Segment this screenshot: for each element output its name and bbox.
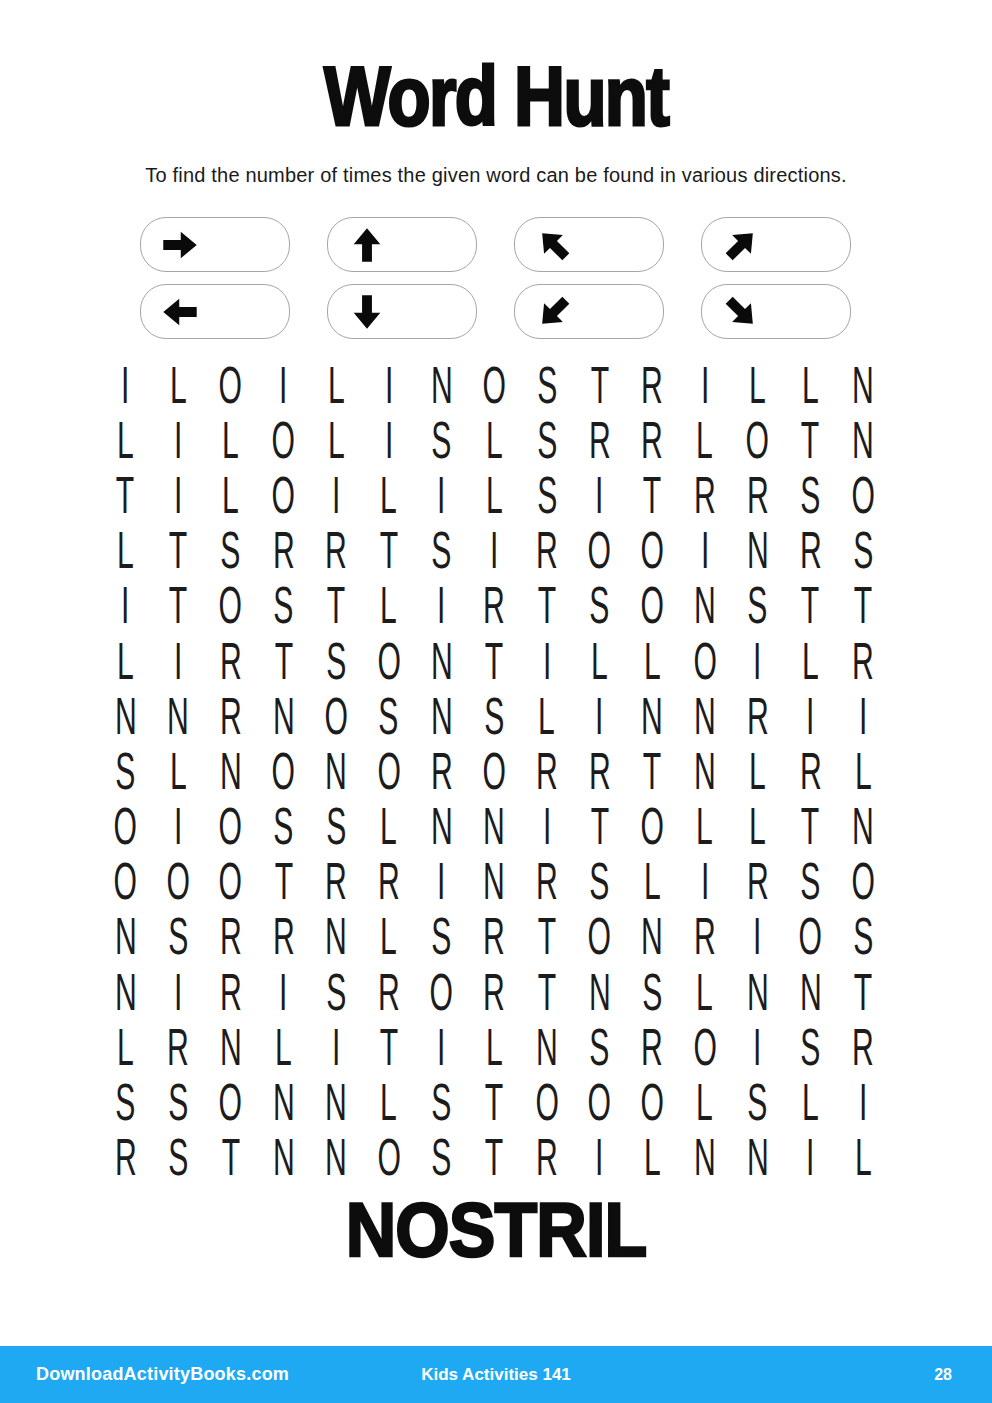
grid-cell-r14c13[interactable]: S (731, 1074, 784, 1129)
grid-cell-r13c3[interactable]: N (204, 1019, 257, 1074)
grid-cell-r2c10[interactable]: R (573, 412, 626, 467)
grid-cell-r8c10[interactable]: R (573, 743, 626, 798)
grid-cell-r3c14[interactable]: S (784, 467, 837, 522)
grid-letter: O (535, 1076, 558, 1128)
grid-cell-r1c6[interactable]: I (362, 357, 415, 412)
grid-cell-r10c3[interactable]: O (204, 854, 257, 909)
grid-cell-r4c5[interactable]: R (310, 523, 363, 578)
grid-cell-r1c1[interactable]: I (99, 357, 152, 412)
grid-cell-r11c4[interactable]: R (257, 909, 310, 964)
grid-cell-r11c13[interactable]: I (731, 909, 784, 964)
grid-cell-r15c14[interactable]: I (784, 1130, 837, 1185)
grid-cell-r5c1[interactable]: I (99, 578, 152, 633)
grid-letter: S (115, 745, 135, 797)
direction-buttons (140, 217, 851, 339)
grid-cell-r7c12[interactable]: N (679, 688, 732, 743)
grid-cell-r3c15[interactable]: O (837, 467, 890, 522)
grid-cell-r9c14[interactable]: T (784, 799, 837, 854)
grid-cell-r9c4[interactable]: S (257, 799, 310, 854)
grid-cell-r1c15[interactable]: N (837, 357, 890, 412)
grid-letter: T (485, 635, 503, 687)
grid-letter: R (167, 1021, 189, 1073)
grid-cell-r2c3[interactable]: L (204, 412, 257, 467)
grid-cell-r5c14[interactable]: T (784, 578, 837, 633)
grid-letter: N (536, 1021, 558, 1073)
grid-cell-r7c5[interactable]: O (310, 688, 363, 743)
grid-cell-r5c7[interactable]: I (415, 578, 468, 633)
grid-cell-r1c9[interactable]: S (521, 357, 574, 412)
grid-cell-r1c12[interactable]: I (679, 357, 732, 412)
grid-letter: R (114, 1131, 136, 1183)
grid-cell-r4c4[interactable]: R (257, 523, 310, 578)
grid-cell-r15c15[interactable]: L (837, 1130, 890, 1185)
grid-letter: O (799, 910, 822, 962)
grid-letter: L (644, 1131, 661, 1183)
grid-cell-r12c13[interactable]: N (731, 964, 784, 1019)
grid-letter: N (641, 690, 663, 742)
grid-letter: O (377, 745, 400, 797)
grid-letter: T (221, 1131, 239, 1183)
grid-cell-r12c2[interactable]: I (152, 964, 205, 1019)
grid-cell-r9c1[interactable]: O (99, 799, 152, 854)
grid-cell-r14c2[interactable]: S (152, 1074, 205, 1129)
grid-letter: S (800, 469, 820, 521)
grid-cell-r11c15[interactable]: S (837, 909, 890, 964)
grid-cell-r3c5[interactable]: I (310, 467, 363, 522)
grid-cell-r10c14[interactable]: S (784, 854, 837, 909)
grid-cell-r3c8[interactable]: L (468, 467, 521, 522)
grid-cell-r10c13[interactable]: R (731, 854, 784, 909)
grid-cell-r8c2[interactable]: L (152, 743, 205, 798)
grid-cell-r14c9[interactable]: O (521, 1074, 574, 1129)
grid-cell-r5c3[interactable]: O (204, 578, 257, 633)
grid-cell-r10c2[interactable]: O (152, 854, 205, 909)
grid-cell-r8c8[interactable]: O (468, 743, 521, 798)
grid-cell-r13c8[interactable]: L (468, 1019, 521, 1074)
grid-cell-r4c7[interactable]: S (415, 523, 468, 578)
grid-letter: O (588, 910, 611, 962)
grid-letter: O (588, 524, 611, 576)
grid-cell-r7c14[interactable]: I (784, 688, 837, 743)
grid-cell-r8c15[interactable]: L (837, 743, 890, 798)
grid-cell-r11c14[interactable]: O (784, 909, 837, 964)
grid-letter: N (483, 855, 505, 907)
grid-cell-r5c10[interactable]: S (573, 578, 626, 633)
grid-cell-r9c8[interactable]: N (468, 799, 521, 854)
grid-letter: I (859, 690, 867, 742)
grid-cell-r6c14[interactable]: L (784, 633, 837, 688)
grid-cell-r10c6[interactable]: R (362, 854, 415, 909)
grid-cell-r6c1[interactable]: L (99, 633, 152, 688)
grid-letter: S (853, 524, 873, 576)
grid-cell-r9c3[interactable]: O (204, 799, 257, 854)
grid-cell-r4c2[interactable]: T (152, 523, 205, 578)
grid-cell-r9c11[interactable]: O (626, 799, 679, 854)
grid-cell-r6c15[interactable]: R (837, 633, 890, 688)
direction-button-left[interactable] (140, 284, 290, 339)
grid-cell-r15c3[interactable]: T (204, 1130, 257, 1185)
grid-cell-r4c10[interactable]: O (573, 523, 626, 578)
grid-cell-r7c11[interactable]: N (626, 688, 679, 743)
grid-cell-r1c2[interactable]: L (152, 357, 205, 412)
grid-cell-r13c11[interactable]: R (626, 1019, 679, 1074)
grid-cell-r2c11[interactable]: R (626, 412, 679, 467)
grid-letter: O (430, 966, 453, 1018)
grid-cell-r13c5[interactable]: I (310, 1019, 363, 1074)
grid-cell-r14c8[interactable]: T (468, 1074, 521, 1129)
grid-cell-r6c10[interactable]: L (573, 633, 626, 688)
grid-cell-r10c5[interactable]: R (310, 854, 363, 909)
grid-letter: N (483, 800, 505, 852)
grid-letter: N (325, 910, 347, 962)
grid-cell-r11c8[interactable]: R (468, 909, 521, 964)
grid-cell-r8c12[interactable]: N (679, 743, 732, 798)
grid-cell-r15c7[interactable]: S (415, 1130, 468, 1185)
grid-letter: N (747, 966, 769, 1018)
grid-cell-r9c5[interactable]: S (310, 799, 363, 854)
grid-cell-r12c1[interactable]: N (99, 964, 152, 1019)
grid-cell-r7c8[interactable]: S (468, 688, 521, 743)
grid-cell-r6c6[interactable]: O (362, 633, 415, 688)
grid-cell-r5c15[interactable]: T (837, 578, 890, 633)
grid-cell-r15c1[interactable]: R (99, 1130, 152, 1185)
grid-cell-r8c14[interactable]: R (784, 743, 837, 798)
grid-cell-r5c2[interactable]: T (152, 578, 205, 633)
grid-cell-r7c15[interactable]: I (837, 688, 890, 743)
grid-letter: L (644, 635, 661, 687)
grid-letter: I (753, 910, 761, 962)
grid-letter: I (279, 359, 287, 411)
grid-letter: S (589, 1021, 609, 1073)
grid-letter: O (640, 524, 663, 576)
grid-cell-r6c12[interactable]: O (679, 633, 732, 688)
grid-cell-r4c13[interactable]: N (731, 523, 784, 578)
grid-cell-r2c8[interactable]: L (468, 412, 521, 467)
grid-cell-r14c11[interactable]: O (626, 1074, 679, 1129)
grid-cell-r6c11[interactable]: L (626, 633, 679, 688)
grid-cell-r12c10[interactable]: N (573, 964, 626, 1019)
grid-cell-r2c1[interactable]: L (99, 412, 152, 467)
grid-cell-r11c5[interactable]: N (310, 909, 363, 964)
grid-cell-r12c15[interactable]: T (837, 964, 890, 1019)
grid-cell-r9c13[interactable]: L (731, 799, 784, 854)
grid-cell-r3c7[interactable]: I (415, 467, 468, 522)
grid-cell-r14c5[interactable]: N (310, 1074, 363, 1129)
grid-cell-r3c4[interactable]: O (257, 467, 310, 522)
grid-cell-r3c12[interactable]: R (679, 467, 732, 522)
grid-cell-r10c10[interactable]: S (573, 854, 626, 909)
grid-cell-r1c13[interactable]: L (731, 357, 784, 412)
grid-cell-r13c2[interactable]: R (152, 1019, 205, 1074)
grid-cell-r4c14[interactable]: R (784, 523, 837, 578)
grid-cell-r11c6[interactable]: L (362, 909, 415, 964)
grid-cell-r12c7[interactable]: O (415, 964, 468, 1019)
grid-cell-r2c15[interactable]: N (837, 412, 890, 467)
grid-cell-r10c4[interactable]: T (257, 854, 310, 909)
grid-cell-r5c8[interactable]: R (468, 578, 521, 633)
grid-cell-r15c8[interactable]: T (468, 1130, 521, 1185)
grid-letter: R (220, 690, 242, 742)
grid-cell-r11c11[interactable]: N (626, 909, 679, 964)
grid-cell-r7c10[interactable]: I (573, 688, 626, 743)
grid-cell-r13c4[interactable]: L (257, 1019, 310, 1074)
grid-letter: S (748, 579, 768, 631)
grid-cell-r13c7[interactable]: I (415, 1019, 468, 1074)
grid-cell-r12c12[interactable]: L (679, 964, 732, 1019)
grid-cell-r12c4[interactable]: I (257, 964, 310, 1019)
grid-cell-r11c7[interactable]: S (415, 909, 468, 964)
grid-cell-r6c5[interactable]: S (310, 633, 363, 688)
direction-button-up-right[interactable] (701, 217, 851, 272)
grid-cell-r8c9[interactable]: R (521, 743, 574, 798)
grid-cell-r15c2[interactable]: S (152, 1130, 205, 1185)
grid-cell-r6c3[interactable]: R (204, 633, 257, 688)
direction-button-right[interactable] (140, 217, 290, 272)
grid-cell-r5c11[interactable]: O (626, 578, 679, 633)
grid-letter: L (117, 414, 134, 466)
grid-letter: S (431, 910, 451, 962)
left-arrow-icon (161, 293, 199, 331)
grid-cell-r2c13[interactable]: O (731, 412, 784, 467)
grid-letter: I (753, 635, 761, 687)
grid-letter: N (325, 745, 347, 797)
instructions-text: To find the number of times the given wo… (0, 164, 992, 187)
grid-cell-r12c9[interactable]: T (521, 964, 574, 1019)
grid-letter: L (486, 469, 503, 521)
grid-cell-r12c8[interactable]: R (468, 964, 521, 1019)
grid-letter: L (170, 359, 187, 411)
grid-cell-r1c4[interactable]: I (257, 357, 310, 412)
grid-cell-r10c9[interactable]: R (521, 854, 574, 909)
grid-letter: T (538, 579, 556, 631)
grid-cell-r10c11[interactable]: L (626, 854, 679, 909)
grid-cell-r1c7[interactable]: N (415, 357, 468, 412)
grid-letter: T (590, 800, 608, 852)
grid-cell-r4c6[interactable]: T (362, 523, 415, 578)
grid-cell-r15c11[interactable]: L (626, 1130, 679, 1185)
grid-cell-r13c6[interactable]: T (362, 1019, 415, 1074)
grid-cell-r15c6[interactable]: O (362, 1130, 415, 1185)
grid-letter: L (328, 414, 345, 466)
grid-cell-r11c2[interactable]: S (152, 909, 205, 964)
grid-cell-r10c8[interactable]: N (468, 854, 521, 909)
grid-letter: T (538, 910, 556, 962)
grid-cell-r5c12[interactable]: N (679, 578, 732, 633)
grid-cell-r7c13[interactable]: R (731, 688, 784, 743)
grid-cell-r1c10[interactable]: T (573, 357, 626, 412)
grid-cell-r4c8[interactable]: I (468, 523, 521, 578)
grid-letter: O (746, 414, 769, 466)
grid-cell-r11c1[interactable]: N (99, 909, 152, 964)
grid-letter: O (640, 579, 663, 631)
grid-cell-r1c5[interactable]: L (310, 357, 363, 412)
grid-cell-r15c4[interactable]: N (257, 1130, 310, 1185)
grid-cell-r4c1[interactable]: L (99, 523, 152, 578)
grid-cell-r5c5[interactable]: T (310, 578, 363, 633)
grid-letter: N (852, 414, 874, 466)
grid-letter: R (220, 910, 242, 962)
grid-cell-r9c9[interactable]: I (521, 799, 574, 854)
grid-cell-r14c6[interactable]: L (362, 1074, 415, 1129)
grid-cell-r2c14[interactable]: T (784, 412, 837, 467)
grid-cell-r12c3[interactable]: R (204, 964, 257, 1019)
grid-cell-r3c3[interactable]: L (204, 467, 257, 522)
grid-cell-r7c4[interactable]: N (257, 688, 310, 743)
grid-cell-r2c9[interactable]: S (521, 412, 574, 467)
grid-letter: S (431, 524, 451, 576)
grid-cell-r13c9[interactable]: N (521, 1019, 574, 1074)
grid-cell-r4c9[interactable]: R (521, 523, 574, 578)
grid-letter: L (380, 469, 397, 521)
grid-cell-r14c14[interactable]: L (784, 1074, 837, 1129)
grid-cell-r12c11[interactable]: S (626, 964, 679, 1019)
grid-cell-r4c11[interactable]: O (626, 523, 679, 578)
grid-cell-r7c2[interactable]: N (152, 688, 205, 743)
grid-cell-r11c9[interactable]: T (521, 909, 574, 964)
grid-letter: S (431, 1131, 451, 1183)
grid-cell-r14c3[interactable]: O (204, 1074, 257, 1129)
grid-cell-r15c10[interactable]: I (573, 1130, 626, 1185)
grid-cell-r6c8[interactable]: T (468, 633, 521, 688)
grid-letter: R (536, 745, 558, 797)
grid-cell-r14c7[interactable]: S (415, 1074, 468, 1129)
grid-letter: S (748, 1076, 768, 1128)
grid-cell-r2c12[interactable]: L (679, 412, 732, 467)
grid-cell-r13c10[interactable]: S (573, 1019, 626, 1074)
grid-cell-r8c3[interactable]: N (204, 743, 257, 798)
grid-cell-r10c15[interactable]: O (837, 854, 890, 909)
grid-letter: L (697, 800, 714, 852)
grid-cell-r14c12[interactable]: L (679, 1074, 732, 1129)
grid-cell-r7c1[interactable]: N (99, 688, 152, 743)
grid-cell-r13c14[interactable]: S (784, 1019, 837, 1074)
grid-cell-r8c13[interactable]: L (731, 743, 784, 798)
grid-cell-r3c6[interactable]: L (362, 467, 415, 522)
grid-cell-r3c13[interactable]: R (731, 467, 784, 522)
grid-cell-r10c12[interactable]: I (679, 854, 732, 909)
grid-cell-r2c6[interactable]: I (362, 412, 415, 467)
grid-cell-r6c9[interactable]: I (521, 633, 574, 688)
grid-cell-r5c4[interactable]: S (257, 578, 310, 633)
grid-letter: T (801, 800, 819, 852)
grid-cell-r3c11[interactable]: T (626, 467, 679, 522)
grid-cell-r12c6[interactable]: R (362, 964, 415, 1019)
grid-cell-r9c6[interactable]: L (362, 799, 415, 854)
grid-cell-r10c7[interactable]: I (415, 854, 468, 909)
grid-cell-r9c15[interactable]: N (837, 799, 890, 854)
grid-letter: L (380, 800, 397, 852)
grid-cell-r8c5[interactable]: N (310, 743, 363, 798)
grid-letter: N (799, 966, 821, 1018)
grid-cell-r6c4[interactable]: T (257, 633, 310, 688)
grid-cell-r13c13[interactable]: I (731, 1019, 784, 1074)
grid-cell-r1c14[interactable]: L (784, 357, 837, 412)
grid-cell-r5c9[interactable]: T (521, 578, 574, 633)
grid-cell-r3c1[interactable]: T (99, 467, 152, 522)
grid-cell-r6c7[interactable]: N (415, 633, 468, 688)
grid-cell-r8c4[interactable]: O (257, 743, 310, 798)
grid-cell-r10c1[interactable]: O (99, 854, 152, 909)
direction-button-up[interactable] (327, 217, 477, 272)
grid-cell-r14c1[interactable]: S (99, 1074, 152, 1129)
grid-cell-r9c7[interactable]: N (415, 799, 468, 854)
grid-cell-r9c2[interactable]: I (152, 799, 205, 854)
grid-letter: S (589, 579, 609, 631)
grid-cell-r3c2[interactable]: I (152, 467, 205, 522)
grid-letter: S (800, 855, 820, 907)
direction-button-down-left[interactable] (514, 284, 664, 339)
grid-letter: O (272, 469, 295, 521)
grid-letter: T (643, 745, 661, 797)
grid-letter: I (859, 1076, 867, 1128)
grid-cell-r12c5[interactable]: S (310, 964, 363, 1019)
direction-button-down[interactable] (327, 284, 477, 339)
grid-cell-r14c4[interactable]: N (257, 1074, 310, 1129)
grid-cell-r9c12[interactable]: L (679, 799, 732, 854)
grid-letter: I (174, 414, 182, 466)
grid-cell-r15c5[interactable]: N (310, 1130, 363, 1185)
grid-cell-r8c6[interactable]: O (362, 743, 415, 798)
grid-cell-r7c7[interactable]: N (415, 688, 468, 743)
grid-cell-r5c6[interactable]: L (362, 578, 415, 633)
grid-letter: I (121, 359, 129, 411)
grid-cell-r1c3[interactable]: O (204, 357, 257, 412)
grid-cell-r15c13[interactable]: N (731, 1130, 784, 1185)
grid-letter: L (117, 1021, 134, 1073)
grid-letter: T (590, 359, 608, 411)
grid-cell-r15c9[interactable]: R (521, 1130, 574, 1185)
grid-cell-r13c15[interactable]: R (837, 1019, 890, 1074)
grid-letter: N (431, 635, 453, 687)
grid-cell-r11c3[interactable]: R (204, 909, 257, 964)
grid-letter: I (595, 1131, 603, 1183)
grid-cell-r14c10[interactable]: O (573, 1074, 626, 1129)
grid-letter: R (694, 469, 716, 521)
grid-cell-r4c12[interactable]: I (679, 523, 732, 578)
grid-cell-r8c1[interactable]: S (99, 743, 152, 798)
grid-cell-r9c10[interactable]: T (573, 799, 626, 854)
grid-cell-r6c13[interactable]: I (731, 633, 784, 688)
grid-cell-r7c9[interactable]: L (521, 688, 574, 743)
grid-cell-r2c7[interactable]: S (415, 412, 468, 467)
grid-cell-r2c4[interactable]: O (257, 412, 310, 467)
grid-cell-r13c1[interactable]: L (99, 1019, 152, 1074)
grid-cell-r13c12[interactable]: O (679, 1019, 732, 1074)
grid-cell-r8c11[interactable]: T (626, 743, 679, 798)
grid-cell-r2c5[interactable]: L (310, 412, 363, 467)
grid-cell-r1c8[interactable]: O (468, 357, 521, 412)
grid-cell-r4c15[interactable]: S (837, 523, 890, 578)
grid-letter: S (221, 524, 241, 576)
grid-cell-r7c3[interactable]: R (204, 688, 257, 743)
grid-cell-r11c12[interactable]: R (679, 909, 732, 964)
grid-cell-r12c14[interactable]: N (784, 964, 837, 1019)
grid-cell-r11c10[interactable]: O (573, 909, 626, 964)
direction-button-up-left[interactable] (514, 217, 664, 272)
grid-cell-r6c2[interactable]: I (152, 633, 205, 688)
grid-cell-r3c10[interactable]: I (573, 467, 626, 522)
grid-cell-r2c2[interactable]: I (152, 412, 205, 467)
grid-cell-r1c11[interactable]: R (626, 357, 679, 412)
grid-cell-r7c6[interactable]: S (362, 688, 415, 743)
grid-cell-r14c15[interactable]: I (837, 1074, 890, 1129)
grid-cell-r3c9[interactable]: S (521, 467, 574, 522)
grid-cell-r8c7[interactable]: R (415, 743, 468, 798)
grid-cell-r4c3[interactable]: S (204, 523, 257, 578)
grid-cell-r15c12[interactable]: N (679, 1130, 732, 1185)
grid-cell-r5c13[interactable]: S (731, 578, 784, 633)
direction-button-down-right[interactable] (701, 284, 851, 339)
